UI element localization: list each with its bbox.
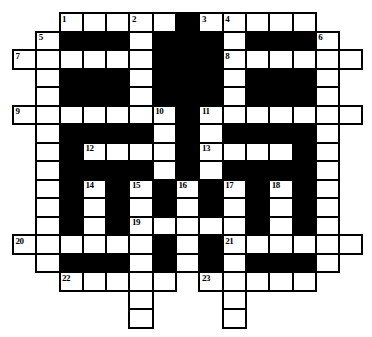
white-cell-r0c11[interactable] — [269, 13, 292, 32]
white-cell-r10c7[interactable] — [176, 198, 199, 217]
white-cell-r1c9[interactable] — [223, 32, 246, 51]
black-cell-r2c8 — [199, 50, 222, 69]
white-cell-r14c9[interactable] — [223, 272, 246, 291]
black-cell-r10c4 — [106, 198, 129, 217]
black-cell-r3c8 — [199, 69, 222, 88]
black-cell-r12c6 — [153, 235, 176, 254]
black-cell-r7c7 — [176, 143, 199, 162]
white-cell-r7c3[interactable]: 12 — [83, 143, 106, 162]
white-cell-r13c1[interactable] — [36, 254, 59, 273]
white-cell-r5c6[interactable]: 10 — [153, 106, 176, 125]
white-cell-r0c10[interactable] — [246, 13, 269, 32]
white-cell-r3c13[interactable] — [316, 69, 339, 88]
white-cell-r5c8[interactable]: 11 — [199, 106, 222, 125]
white-cell-r2c11[interactable] — [269, 50, 292, 69]
black-cell-r9c8 — [199, 180, 222, 199]
black-cell-r11c2 — [60, 217, 83, 236]
black-cell-r9c4 — [106, 180, 129, 199]
white-cell-r5c12[interactable] — [293, 106, 316, 125]
white-cell-r0c9[interactable]: 4 — [223, 13, 246, 32]
clue-number-15: 15 — [132, 180, 140, 190]
white-cell-r5c0[interactable]: 9 — [13, 106, 36, 125]
white-cell-r13c7[interactable] — [176, 254, 199, 273]
clue-number-8: 8 — [225, 51, 229, 61]
white-cell-r8c1[interactable] — [36, 161, 59, 180]
black-cell-r8c9 — [223, 161, 246, 180]
clue-number-2: 2 — [132, 14, 136, 24]
white-cell-r4c13[interactable] — [316, 87, 339, 106]
white-cell-r9c7[interactable]: 16 — [176, 180, 199, 199]
white-cell-r14c11[interactable] — [269, 272, 292, 291]
black-cell-r1c8 — [199, 32, 222, 51]
black-cell-r6c12 — [293, 124, 316, 143]
black-cell-r1c10 — [246, 32, 269, 51]
black-cell-r5c7 — [176, 106, 199, 125]
white-cell-r14c10[interactable] — [246, 272, 269, 291]
white-cell-r11c13[interactable] — [316, 217, 339, 236]
black-cell-r1c11 — [269, 32, 292, 51]
white-cell-r0c8[interactable]: 3 — [199, 13, 222, 32]
white-cell-r9c9[interactable]: 17 — [223, 180, 246, 199]
white-cell-r16c5[interactable] — [129, 309, 152, 328]
black-cell-r13c10 — [246, 254, 269, 273]
white-cell-r11c9[interactable] — [223, 217, 246, 236]
black-cell-r11c10 — [246, 217, 269, 236]
white-cell-r5c14[interactable] — [339, 106, 362, 125]
white-cell-r0c5[interactable]: 2 — [129, 13, 152, 32]
clue-number-20: 20 — [16, 236, 24, 246]
white-cell-r5c4[interactable] — [106, 106, 129, 125]
black-cell-r10c12 — [293, 198, 316, 217]
white-cell-r14c5[interactable] — [129, 272, 152, 291]
black-cell-r4c10 — [246, 87, 269, 106]
white-cell-r14c6[interactable] — [153, 272, 176, 291]
white-cell-r7c1[interactable] — [36, 143, 59, 162]
white-cell-r0c12[interactable] — [293, 13, 316, 32]
clue-number-21: 21 — [225, 236, 233, 246]
white-cell-r7c5[interactable] — [129, 143, 152, 162]
white-cell-r1c13[interactable]: 6 — [316, 32, 339, 51]
clue-number-11: 11 — [202, 106, 210, 116]
black-cell-r6c4 — [106, 124, 129, 143]
black-cell-r7c2 — [60, 143, 83, 162]
white-cell-r14c12[interactable] — [293, 272, 316, 291]
clue-number-14: 14 — [85, 180, 93, 190]
white-cell-r9c13[interactable] — [316, 180, 339, 199]
white-cell-r1c1[interactable]: 5 — [36, 32, 59, 51]
black-cell-r3c3 — [83, 69, 106, 88]
clue-number-13: 13 — [202, 143, 210, 153]
white-cell-r12c5[interactable] — [129, 235, 152, 254]
white-cell-r11c3[interactable] — [83, 217, 106, 236]
white-cell-r9c3[interactable]: 14 — [83, 180, 106, 199]
white-cell-r5c9[interactable] — [223, 106, 246, 125]
white-cell-r16c9[interactable] — [223, 309, 246, 328]
white-cell-r3c5[interactable] — [129, 69, 152, 88]
white-cell-r14c3[interactable] — [83, 272, 106, 291]
black-cell-r8c3 — [83, 161, 106, 180]
white-cell-r2c4[interactable] — [106, 50, 129, 69]
white-cell-r12c3[interactable] — [83, 235, 106, 254]
clue-number-7: 7 — [16, 51, 20, 61]
white-cell-r4c9[interactable] — [223, 87, 246, 106]
clue-number-23: 23 — [202, 273, 210, 283]
black-cell-r10c6 — [153, 198, 176, 217]
white-cell-r4c1[interactable] — [36, 87, 59, 106]
white-cell-r7c13[interactable] — [316, 143, 339, 162]
white-cell-r5c10[interactable] — [246, 106, 269, 125]
white-cell-r7c10[interactable] — [246, 143, 269, 162]
white-cell-r11c11[interactable] — [269, 217, 292, 236]
white-cell-r2c0[interactable]: 7 — [13, 50, 36, 69]
black-cell-r4c11 — [269, 87, 292, 106]
white-cell-r0c4[interactable] — [106, 13, 129, 32]
white-cell-r12c10[interactable] — [246, 235, 269, 254]
black-cell-r4c2 — [60, 87, 83, 106]
white-cell-r13c13[interactable] — [316, 254, 339, 273]
black-cell-r4c3 — [83, 87, 106, 106]
black-cell-r4c8 — [199, 87, 222, 106]
black-cell-r0c7 — [176, 13, 199, 32]
white-cell-r12c12[interactable] — [293, 235, 316, 254]
black-cell-r1c3 — [83, 32, 106, 51]
white-cell-r4c5[interactable] — [129, 87, 152, 106]
white-cell-r15c5[interactable] — [129, 291, 152, 310]
white-cell-r5c13[interactable] — [316, 106, 339, 125]
white-cell-r5c1[interactable] — [36, 106, 59, 125]
black-cell-r3c7 — [176, 69, 199, 88]
clue-number-10: 10 — [155, 106, 163, 116]
white-cell-r7c4[interactable] — [106, 143, 129, 162]
white-cell-r6c8[interactable] — [199, 124, 222, 143]
black-cell-r4c7 — [176, 87, 199, 106]
black-cell-r13c2 — [60, 254, 83, 273]
white-cell-r11c8[interactable] — [199, 217, 222, 236]
black-cell-r10c10 — [246, 198, 269, 217]
white-cell-r11c6[interactable] — [153, 217, 176, 236]
white-cell-r15c9[interactable] — [223, 291, 246, 310]
black-cell-r13c4 — [106, 254, 129, 273]
black-cell-r6c2 — [60, 124, 83, 143]
white-cell-r1c5[interactable] — [129, 32, 152, 51]
black-cell-r13c6 — [153, 254, 176, 273]
clue-number-17: 17 — [225, 180, 233, 190]
black-cell-r10c8 — [199, 198, 222, 217]
clue-number-22: 22 — [62, 273, 70, 283]
black-cell-r6c11 — [269, 124, 292, 143]
black-cell-r8c10 — [246, 161, 269, 180]
black-cell-r1c4 — [106, 32, 129, 51]
crossword-grid: 1234567891011121314151617181920212223 — [13, 13, 362, 328]
black-cell-r12c8 — [199, 235, 222, 254]
white-cell-r12c0[interactable]: 20 — [13, 235, 36, 254]
black-cell-r1c12 — [293, 32, 316, 51]
black-cell-r1c2 — [60, 32, 83, 51]
white-cell-r10c3[interactable] — [83, 198, 106, 217]
clue-number-5: 5 — [39, 32, 43, 42]
black-cell-r9c6 — [153, 180, 176, 199]
white-cell-r11c5[interactable]: 19 — [129, 217, 152, 236]
black-cell-r1c6 — [153, 32, 176, 51]
black-cell-r8c12 — [293, 161, 316, 180]
white-cell-r12c11[interactable] — [269, 235, 292, 254]
white-cell-r10c13[interactable] — [316, 198, 339, 217]
white-cell-r12c4[interactable] — [106, 235, 129, 254]
white-cell-r2c1[interactable] — [36, 50, 59, 69]
white-cell-r14c2[interactable]: 22 — [60, 272, 83, 291]
white-cell-r7c8[interactable]: 13 — [199, 143, 222, 162]
white-cell-r5c3[interactable] — [83, 106, 106, 125]
black-cell-r11c12 — [293, 217, 316, 236]
clue-number-19: 19 — [132, 217, 140, 227]
white-cell-r10c5[interactable] — [129, 198, 152, 217]
white-cell-r14c8[interactable]: 23 — [199, 272, 222, 291]
black-cell-r13c12 — [293, 254, 316, 273]
white-cell-r2c5[interactable] — [129, 50, 152, 69]
white-cell-r2c12[interactable] — [293, 50, 316, 69]
black-cell-r3c12 — [293, 69, 316, 88]
black-cell-r11c4 — [106, 217, 129, 236]
white-cell-r9c1[interactable] — [36, 180, 59, 199]
black-cell-r3c4 — [106, 69, 129, 88]
black-cell-r9c12 — [293, 180, 316, 199]
black-cell-r8c7 — [176, 161, 199, 180]
white-cell-r13c9[interactable] — [223, 254, 246, 273]
white-cell-r5c5[interactable] — [129, 106, 152, 125]
white-cell-r7c6[interactable] — [153, 143, 176, 162]
clue-number-12: 12 — [85, 143, 93, 153]
black-cell-r1c7 — [176, 32, 199, 51]
black-cell-r7c12 — [293, 143, 316, 162]
white-cell-r9c5[interactable]: 15 — [129, 180, 152, 199]
black-cell-r6c7 — [176, 124, 199, 143]
black-cell-r9c10 — [246, 180, 269, 199]
black-cell-r9c2 — [60, 180, 83, 199]
black-cell-r2c6 — [153, 50, 176, 69]
white-cell-r10c9[interactable] — [223, 198, 246, 217]
clue-number-1: 1 — [62, 14, 66, 24]
white-cell-r10c1[interactable] — [36, 198, 59, 217]
white-cell-r5c2[interactable] — [60, 106, 83, 125]
white-cell-r0c3[interactable] — [83, 13, 106, 32]
black-cell-r3c11 — [269, 69, 292, 88]
white-cell-r6c6[interactable] — [153, 124, 176, 143]
clue-number-6: 6 — [318, 32, 322, 42]
clue-number-16: 16 — [179, 180, 187, 190]
white-cell-r7c11[interactable] — [269, 143, 292, 162]
black-cell-r8c4 — [106, 161, 129, 180]
black-cell-r3c10 — [246, 69, 269, 88]
white-cell-r13c5[interactable] — [129, 254, 152, 273]
black-cell-r4c12 — [293, 87, 316, 106]
black-cell-r3c6 — [153, 69, 176, 88]
white-cell-r9c11[interactable]: 18 — [269, 180, 292, 199]
black-cell-r4c6 — [153, 87, 176, 106]
black-cell-r3c2 — [60, 69, 83, 88]
clue-number-9: 9 — [16, 106, 20, 116]
white-cell-r5c11[interactable] — [269, 106, 292, 125]
white-cell-r11c7[interactable] — [176, 217, 199, 236]
white-cell-r2c13[interactable] — [316, 50, 339, 69]
white-cell-r12c9[interactable]: 21 — [223, 235, 246, 254]
white-cell-r12c2[interactable] — [60, 235, 83, 254]
puzzle-page: 1234567891011121314151617181920212223 — [0, 0, 372, 337]
black-cell-r6c10 — [246, 124, 269, 143]
white-cell-r0c6[interactable] — [153, 13, 176, 32]
white-cell-r8c13[interactable] — [316, 161, 339, 180]
black-cell-r8c5 — [129, 161, 152, 180]
white-cell-r2c10[interactable] — [246, 50, 269, 69]
white-cell-r7c9[interactable] — [223, 143, 246, 162]
black-cell-r6c5 — [129, 124, 152, 143]
clue-number-3: 3 — [202, 14, 206, 24]
black-cell-r6c3 — [83, 124, 106, 143]
white-cell-r2c3[interactable] — [83, 50, 106, 69]
white-cell-r3c9[interactable] — [223, 69, 246, 88]
black-cell-r13c3 — [83, 254, 106, 273]
white-cell-r2c2[interactable] — [60, 50, 83, 69]
white-cell-r0c2[interactable]: 1 — [60, 13, 83, 32]
white-cell-r6c13[interactable] — [316, 124, 339, 143]
white-cell-r2c9[interactable]: 8 — [223, 50, 246, 69]
white-cell-r10c11[interactable] — [269, 198, 292, 217]
white-cell-r12c13[interactable] — [316, 235, 339, 254]
black-cell-r13c8 — [199, 254, 222, 273]
white-cell-r8c6[interactable] — [153, 161, 176, 180]
white-cell-r12c14[interactable] — [339, 235, 362, 254]
black-cell-r10c2 — [60, 198, 83, 217]
white-cell-r8c8[interactable] — [199, 161, 222, 180]
white-cell-r14c4[interactable] — [106, 272, 129, 291]
black-cell-r2c7 — [176, 50, 199, 69]
white-cell-r12c7[interactable] — [176, 235, 199, 254]
white-cell-r6c1[interactable] — [36, 124, 59, 143]
black-cell-r13c11 — [269, 254, 292, 273]
clue-number-4: 4 — [225, 14, 229, 24]
white-cell-r2c14[interactable] — [339, 50, 362, 69]
black-cell-r8c2 — [60, 161, 83, 180]
black-cell-r6c9 — [223, 124, 246, 143]
black-cell-r8c11 — [269, 161, 292, 180]
white-cell-r12c1[interactable] — [36, 235, 59, 254]
clue-number-18: 18 — [272, 180, 280, 190]
white-cell-r3c1[interactable] — [36, 69, 59, 88]
black-cell-r4c4 — [106, 87, 129, 106]
white-cell-r11c1[interactable] — [36, 217, 59, 236]
